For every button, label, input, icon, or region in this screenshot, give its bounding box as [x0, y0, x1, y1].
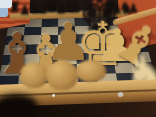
square-a5 [5, 36, 24, 45]
frame-latch [118, 92, 123, 96]
bottom-left-shadow [0, 94, 38, 117]
square-e4 [76, 43, 95, 53]
square-f6 [91, 25, 109, 34]
square-c6 [41, 26, 58, 35]
square-g2 [114, 62, 135, 73]
blue-white-object-top [0, 0, 12, 8]
square-d6 [58, 26, 75, 35]
square-e5 [75, 34, 93, 43]
square-a3 [2, 54, 22, 65]
square-a6 [7, 27, 25, 36]
blue-white-object-bottom [0, 8, 8, 17]
chess-photo-scene: ♜♟♞♟♛♟♝♟♚♜♟♞♟♝♝♟♚♟♝♞ [0, 0, 156, 117]
piece-base-bulb-left [20, 62, 48, 88]
square-c5 [40, 35, 58, 44]
square-b6 [24, 27, 42, 36]
piece-base-bulb-right [76, 60, 106, 82]
square-a2 [0, 65, 20, 76]
square-h3 [130, 52, 151, 63]
square-c4 [40, 44, 58, 54]
square-b4 [22, 44, 41, 54]
square-h2 [133, 62, 155, 73]
square-d5 [58, 35, 76, 44]
square-d4 [58, 44, 76, 54]
square-e6 [75, 26, 93, 35]
square-f5 [92, 34, 111, 43]
piece-base-bulb-center [46, 60, 78, 90]
square-g3 [112, 52, 132, 63]
square-f4 [93, 43, 112, 53]
frame-reflection-dot [52, 94, 55, 97]
square-a4 [3, 45, 22, 55]
square-b5 [23, 35, 41, 44]
